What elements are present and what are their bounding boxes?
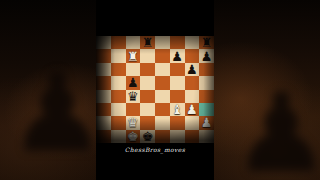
square-b6[interactable] (111, 63, 126, 76)
square-g5[interactable] (185, 76, 200, 89)
video-strip: ♜♜♜♟♟♟♟♛♝♟♛♟♚♚ ChessBros_moves (96, 0, 214, 180)
square-g7[interactable] (185, 49, 200, 62)
square-h1[interactable] (199, 130, 214, 143)
chess-board[interactable]: ♜♜♜♟♟♟♟♛♝♟♛♟♚♚ (96, 36, 214, 143)
square-a3[interactable] (96, 103, 111, 116)
square-b8[interactable] (111, 36, 126, 49)
square-a5[interactable] (96, 76, 111, 89)
square-h8[interactable]: ♜ (199, 36, 214, 49)
square-h4[interactable] (199, 90, 214, 103)
piece-black-pawn-g6[interactable]: ♟ (186, 63, 198, 76)
piece-white-pawn-h2[interactable]: ♟ (201, 116, 213, 129)
square-d4[interactable] (140, 90, 155, 103)
piece-white-rook-c7[interactable]: ♜ (127, 50, 139, 63)
square-c5[interactable]: ♟ (126, 76, 141, 89)
square-f5[interactable] (170, 76, 185, 89)
square-c1[interactable]: ♚ (126, 130, 141, 143)
piece-white-bishop-f3[interactable]: ♝ (171, 103, 183, 116)
square-g3[interactable]: ♟ (185, 103, 200, 116)
square-a6[interactable] (96, 63, 111, 76)
piece-white-pawn-g3[interactable]: ♟ (186, 103, 198, 116)
square-a7[interactable] (96, 49, 111, 62)
square-f4[interactable] (170, 90, 185, 103)
square-f3[interactable]: ♝ (170, 103, 185, 116)
square-a4[interactable] (96, 90, 111, 103)
square-f2[interactable] (170, 116, 185, 129)
square-e6[interactable] (155, 63, 170, 76)
square-b1[interactable] (111, 130, 126, 143)
watermark-text: ChessBros_moves (96, 146, 214, 153)
square-c7[interactable]: ♜ (126, 49, 141, 62)
piece-white-queen-c2[interactable]: ♛ (127, 116, 139, 129)
square-g1[interactable] (185, 130, 200, 143)
square-c6[interactable] (126, 63, 141, 76)
blurred-background-right: ♟ (214, 0, 320, 180)
square-a8[interactable] (96, 36, 111, 49)
square-d6[interactable] (140, 63, 155, 76)
square-b4[interactable] (111, 90, 126, 103)
square-d2[interactable] (140, 116, 155, 129)
square-b2[interactable] (111, 116, 126, 129)
square-f8[interactable] (170, 36, 185, 49)
square-f6[interactable] (170, 63, 185, 76)
square-f7[interactable]: ♟ (170, 49, 185, 62)
square-h6[interactable] (199, 63, 214, 76)
square-e2[interactable] (155, 116, 170, 129)
square-e8[interactable] (155, 36, 170, 49)
square-h3[interactable] (199, 103, 214, 116)
square-e1[interactable] (155, 130, 170, 143)
square-c4[interactable]: ♛ (126, 90, 141, 103)
square-e4[interactable] (155, 90, 170, 103)
square-d3[interactable] (140, 103, 155, 116)
square-d1[interactable]: ♚ (140, 130, 155, 143)
square-d5[interactable] (140, 76, 155, 89)
square-a1[interactable] (96, 130, 111, 143)
piece-black-queen-c4[interactable]: ♛ (127, 90, 139, 103)
square-h5[interactable] (199, 76, 214, 89)
square-d7[interactable] (140, 49, 155, 62)
piece-black-pawn-f7[interactable]: ♟ (171, 50, 183, 63)
blurred-pawn-silhouette-icon: ♟ (8, 58, 96, 168)
square-d8[interactable]: ♜ (140, 36, 155, 49)
piece-white-king-c1[interactable]: ♚ (127, 130, 139, 143)
piece-black-rook-d8[interactable]: ♜ (142, 36, 154, 49)
square-c3[interactable] (126, 103, 141, 116)
square-g4[interactable] (185, 90, 200, 103)
square-c8[interactable] (126, 36, 141, 49)
piece-black-rook-h8[interactable]: ♜ (201, 36, 213, 49)
square-a2[interactable] (96, 116, 111, 129)
square-g6[interactable]: ♟ (185, 63, 200, 76)
square-e5[interactable] (155, 76, 170, 89)
square-g8[interactable] (185, 36, 200, 49)
piece-black-king-d1[interactable]: ♚ (142, 130, 154, 143)
square-b5[interactable] (111, 76, 126, 89)
blurred-background-left: ♟ (0, 0, 96, 180)
square-e3[interactable] (155, 103, 170, 116)
square-e7[interactable] (155, 49, 170, 62)
piece-black-pawn-h7[interactable]: ♟ (201, 50, 213, 63)
square-f1[interactable] (170, 130, 185, 143)
video-frame: ♟ ♟ ♜♜♜♟♟♟♟♛♝♟♛♟♚♚ ChessBros_moves (0, 0, 320, 180)
square-b3[interactable] (111, 103, 126, 116)
square-b7[interactable] (111, 49, 126, 62)
piece-black-pawn-c5[interactable]: ♟ (127, 76, 139, 89)
square-c2[interactable]: ♛ (126, 116, 141, 129)
square-g2[interactable] (185, 116, 200, 129)
square-h7[interactable]: ♟ (199, 49, 214, 62)
blurred-pawn-silhouette-icon: ♟ (232, 78, 320, 180)
square-h2[interactable]: ♟ (199, 116, 214, 129)
